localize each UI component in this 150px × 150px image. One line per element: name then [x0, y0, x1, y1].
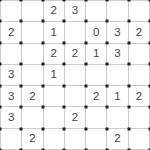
cell-r7c2[interactable]: 2	[22, 129, 42, 149]
clue-number: 2	[51, 5, 57, 17]
clue-number: 2	[72, 112, 78, 124]
clue-number: 0	[93, 27, 99, 39]
cell-r5c1[interactable]: 3	[1, 86, 21, 106]
cell-r7c4[interactable]	[65, 129, 85, 149]
clue-number: 2	[8, 27, 14, 39]
cell-r2c6[interactable]: 3	[107, 22, 127, 42]
cell-grid: 2321032221331322123222	[0, 0, 150, 150]
cell-r4c5[interactable]	[86, 65, 106, 85]
cell-r5c3[interactable]	[44, 86, 64, 106]
cell-r4c3[interactable]: 1	[44, 65, 64, 85]
cell-r4c1[interactable]: 3	[1, 65, 21, 85]
cell-r5c4[interactable]	[65, 86, 85, 106]
cell-r2c1[interactable]: 2	[1, 22, 21, 42]
cell-r6c5[interactable]	[86, 107, 106, 127]
cell-r1c4[interactable]: 3	[65, 1, 85, 21]
clue-number: 2	[29, 91, 35, 103]
cell-r2c7[interactable]: 2	[129, 22, 149, 42]
cell-r6c7[interactable]	[129, 107, 149, 127]
cell-r7c6[interactable]: 2	[107, 129, 127, 149]
cell-r6c2[interactable]	[22, 107, 42, 127]
cell-r1c3[interactable]: 2	[44, 1, 64, 21]
clue-number: 3	[8, 91, 14, 103]
cell-r4c2[interactable]	[22, 65, 42, 85]
cell-r3c4[interactable]: 2	[65, 44, 85, 64]
cell-r3c3[interactable]: 2	[44, 44, 64, 64]
cell-r7c7[interactable]	[129, 129, 149, 149]
clue-number: 2	[114, 133, 120, 145]
clue-number: 1	[51, 69, 57, 81]
clue-number: 3	[114, 27, 120, 39]
cell-r3c7[interactable]	[129, 44, 149, 64]
cell-r5c6[interactable]: 1	[107, 86, 127, 106]
cell-r4c7[interactable]	[129, 65, 149, 85]
clue-number: 2	[136, 27, 142, 39]
cell-r6c3[interactable]	[44, 107, 64, 127]
cell-r7c1[interactable]	[1, 129, 21, 149]
clue-number: 3	[72, 5, 78, 17]
cell-r1c7[interactable]	[129, 1, 149, 21]
cell-r1c6[interactable]	[107, 1, 127, 21]
cell-r7c3[interactable]	[44, 129, 64, 149]
cell-r3c6[interactable]: 3	[107, 44, 127, 64]
cell-r4c6[interactable]	[107, 65, 127, 85]
cell-r6c6[interactable]	[107, 107, 127, 127]
clue-number: 3	[8, 112, 14, 124]
cell-r7c5[interactable]	[86, 129, 106, 149]
cell-r3c1[interactable]	[1, 44, 21, 64]
clue-number: 1	[114, 91, 120, 103]
cell-r1c1[interactable]	[1, 1, 21, 21]
cell-r3c5[interactable]: 1	[86, 44, 106, 64]
clue-number: 3	[114, 48, 120, 60]
cell-r5c7[interactable]: 2	[129, 86, 149, 106]
cell-r3c2[interactable]	[22, 44, 42, 64]
clue-number: 2	[93, 91, 99, 103]
cell-r2c5[interactable]: 0	[86, 22, 106, 42]
cell-r1c2[interactable]	[22, 1, 42, 21]
clue-number: 3	[8, 69, 14, 81]
cell-r5c5[interactable]: 2	[86, 86, 106, 106]
clue-number: 2	[72, 48, 78, 60]
slitherlink-board: 2321032221331322123222	[0, 0, 150, 150]
cell-r2c2[interactable]	[22, 22, 42, 42]
cell-r2c4[interactable]	[65, 22, 85, 42]
clue-number: 2	[51, 48, 57, 60]
cell-r6c1[interactable]: 3	[1, 107, 21, 127]
cell-r2c3[interactable]: 1	[44, 22, 64, 42]
clue-number: 1	[51, 27, 57, 39]
cell-r1c5[interactable]	[86, 1, 106, 21]
cell-r6c4[interactable]: 2	[65, 107, 85, 127]
clue-number: 2	[29, 133, 35, 145]
clue-number: 2	[136, 91, 142, 103]
cell-r4c4[interactable]	[65, 65, 85, 85]
cell-r5c2[interactable]: 2	[22, 86, 42, 106]
clue-number: 1	[93, 48, 99, 60]
